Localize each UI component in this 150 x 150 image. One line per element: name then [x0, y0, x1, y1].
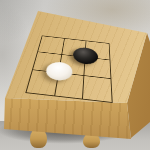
board-grid [25, 36, 112, 103]
board-perspective-plane [25, 36, 112, 103]
photo-scene [0, 0, 150, 150]
board-cell [83, 76, 111, 102]
